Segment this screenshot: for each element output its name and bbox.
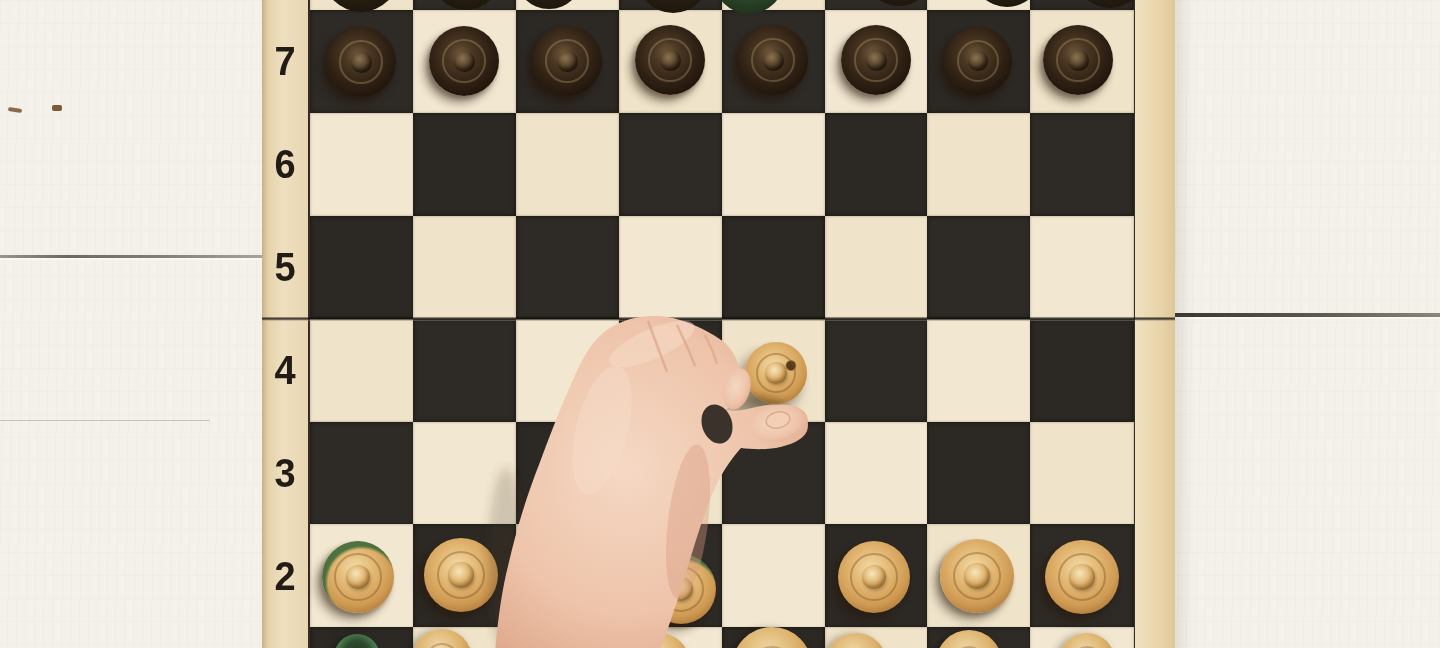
square-b3[interactable] bbox=[413, 422, 517, 526]
rank-label-6: 6 bbox=[263, 143, 307, 185]
square-g5[interactable] bbox=[927, 216, 1031, 320]
white-pawn-e4-held[interactable] bbox=[745, 342, 807, 404]
rank-label-3: 3 bbox=[263, 452, 307, 494]
white-pawn-a2[interactable] bbox=[322, 541, 394, 613]
rank-label-4: 4 bbox=[263, 349, 307, 391]
square-f4[interactable] bbox=[825, 319, 929, 423]
board-fold-seam bbox=[262, 317, 1175, 321]
black-pawn-f7[interactable] bbox=[841, 25, 911, 95]
square-h6[interactable] bbox=[1030, 113, 1134, 217]
square-c1[interactable] bbox=[516, 627, 620, 648]
square-c3[interactable] bbox=[516, 422, 620, 526]
square-a5[interactable] bbox=[310, 216, 414, 320]
board-right-border bbox=[1133, 0, 1175, 648]
rank-label-5: 5 bbox=[263, 246, 307, 288]
white-pawn-g2[interactable] bbox=[940, 539, 1014, 613]
square-c6[interactable] bbox=[516, 113, 620, 217]
black-pawn-g7[interactable] bbox=[944, 27, 1012, 95]
square-e5[interactable] bbox=[722, 216, 826, 320]
table-speck bbox=[52, 105, 62, 111]
square-f5[interactable] bbox=[825, 216, 929, 320]
white-pawn-d2[interactable] bbox=[646, 554, 716, 624]
square-d6[interactable] bbox=[619, 113, 723, 217]
square-c4[interactable] bbox=[516, 319, 620, 423]
black-pawn-d7[interactable] bbox=[635, 25, 705, 95]
black-pawn-c7[interactable] bbox=[532, 26, 602, 96]
square-c5[interactable] bbox=[516, 216, 620, 320]
black-pawn-b7[interactable] bbox=[429, 26, 499, 96]
square-e6[interactable] bbox=[722, 113, 826, 217]
square-d5[interactable] bbox=[619, 216, 723, 320]
square-b5[interactable] bbox=[413, 216, 517, 320]
square-a3[interactable] bbox=[310, 422, 414, 526]
square-d3[interactable] bbox=[619, 422, 723, 526]
square-f6[interactable] bbox=[825, 113, 929, 217]
square-h4[interactable] bbox=[1030, 319, 1134, 423]
black-pawn-e7[interactable] bbox=[738, 25, 808, 95]
table-plank-seam-left bbox=[0, 255, 262, 258]
white-pawn-b2[interactable] bbox=[424, 538, 498, 612]
rank-label-2: 2 bbox=[263, 555, 307, 597]
square-f3[interactable] bbox=[825, 422, 929, 526]
square-e2[interactable] bbox=[722, 524, 826, 628]
square-b4[interactable] bbox=[413, 319, 517, 423]
square-h5[interactable] bbox=[1030, 216, 1134, 320]
white-pawn-f2[interactable] bbox=[838, 541, 910, 613]
table-plank-seam-right bbox=[1175, 313, 1440, 317]
square-h3[interactable] bbox=[1030, 422, 1134, 526]
white-pawn-h2[interactable] bbox=[1045, 540, 1119, 614]
square-a4[interactable] bbox=[310, 319, 414, 423]
square-a6[interactable] bbox=[310, 113, 414, 217]
table-speck bbox=[8, 107, 22, 113]
black-pawn-a7[interactable] bbox=[326, 27, 396, 97]
square-d4[interactable] bbox=[619, 319, 723, 423]
black-pawn-h7[interactable] bbox=[1043, 25, 1113, 95]
rank-label-7: 7 bbox=[263, 40, 307, 82]
square-g3[interactable] bbox=[927, 422, 1031, 526]
square-g6[interactable] bbox=[927, 113, 1031, 217]
table-scratch bbox=[0, 420, 210, 421]
square-e3[interactable] bbox=[722, 422, 826, 526]
square-b6[interactable] bbox=[413, 113, 517, 217]
photo-stage: 87654321 bbox=[0, 0, 1440, 648]
square-c2[interactable] bbox=[516, 524, 620, 628]
square-g4[interactable] bbox=[927, 319, 1031, 423]
board-left-border: 87654321 bbox=[262, 0, 310, 648]
